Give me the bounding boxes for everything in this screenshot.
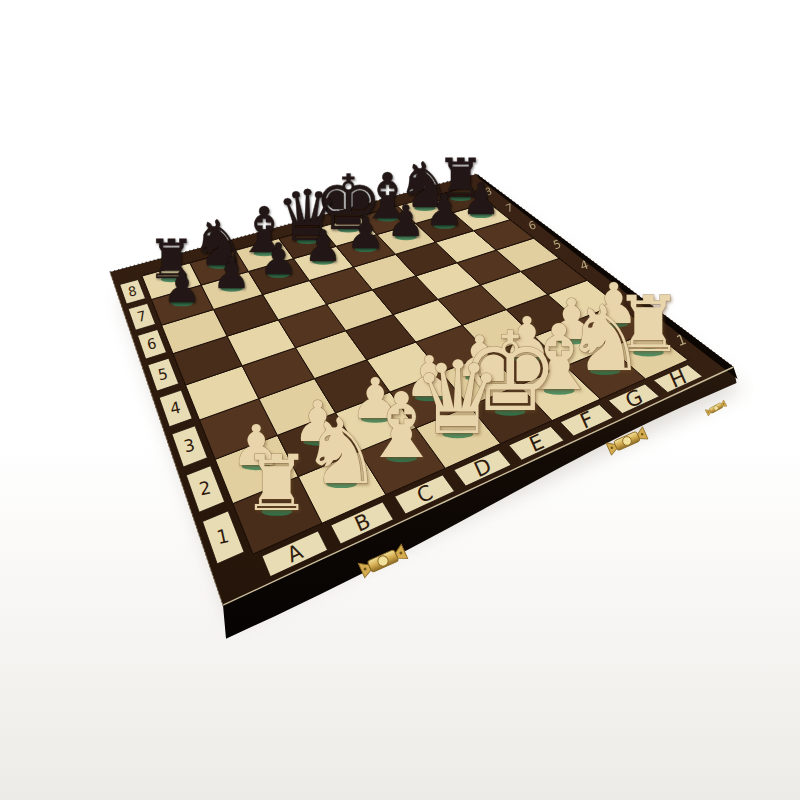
piece-black-p-e7: ♟ <box>346 208 385 258</box>
piece-black-p-a7: ♟ <box>163 262 202 312</box>
svg-text:♜: ♜ <box>242 438 311 528</box>
svg-text:♟: ♟ <box>462 174 501 224</box>
svg-text:♟: ♟ <box>259 234 298 284</box>
piece-black-p-d7: ♟ <box>304 221 343 271</box>
svg-text:♟: ♟ <box>304 221 343 271</box>
piece-black-p-f7: ♟ <box>386 196 425 246</box>
svg-text:♟: ♟ <box>425 185 464 235</box>
svg-text:♟: ♟ <box>212 248 251 298</box>
svg-text:♟: ♟ <box>386 196 425 246</box>
svg-text:♟: ♟ <box>346 208 385 258</box>
piece-black-p-c7: ♟ <box>259 234 298 284</box>
piece-black-p-g7: ♟ <box>425 185 464 235</box>
svg-text:♟: ♟ <box>163 262 202 312</box>
piece-black-p-b7: ♟ <box>212 248 251 298</box>
chess-set-photo: 1234567812345678ABCDEFGH♜♞♟♝♟♚♟♛♟♝♟♞♟♜♟♟… <box>0 0 800 800</box>
piece-black-p-h7: ♟ <box>462 174 501 224</box>
piece-white-r-a1: ♜ <box>242 438 311 528</box>
piece-white-n-b1: ♞ <box>301 399 382 504</box>
board-svg: 1234567812345678ABCDEFGH♜♞♟♝♟♚♟♛♟♝♟♞♟♜♟♟… <box>0 0 800 800</box>
svg-text:♞: ♞ <box>301 399 382 504</box>
